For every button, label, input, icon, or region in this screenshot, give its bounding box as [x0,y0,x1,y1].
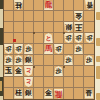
board-cell-5i[interactable]: 金 [44,88,54,99]
board-cell-3i[interactable] [64,88,74,99]
board-cell-8f[interactable]: 歩 [14,55,24,66]
board-cell-9f[interactable]: 歩 [4,55,14,66]
shogi-piece-2c[interactable]: 王 [74,22,83,32]
shogi-piece-9e[interactable]: 歩 [4,44,13,54]
last-move-marker [13,39,16,42]
shogi-piece-1d[interactable]: 歩 [85,33,94,43]
board-cell-9h[interactable] [4,77,14,88]
board-cell-8a[interactable]: 桂 [14,0,24,11]
board-cell-2b[interactable]: 金 [74,11,84,22]
board-cell-1a[interactable]: 香 [84,0,94,11]
board-cell-7f[interactable]: 銀 [24,55,34,66]
shogi-app: 桂龍香金銀王と歩歩歩歩歩歩馬歩歩歩歩銀歩歩玉金と歩と桂銀金龍香 [0,0,100,100]
star-point [33,66,35,68]
board-cell-4a[interactable] [54,0,64,11]
board-cell-1c[interactable] [84,22,94,33]
board-cell-7h[interactable]: と [24,77,34,88]
board-cell-5b[interactable] [44,11,54,22]
board-cell-5g[interactable] [44,66,54,77]
captured-piece-fragment [96,56,100,62]
board-cell-2a[interactable] [74,0,84,11]
board-cell-5a[interactable]: 龍 [44,0,54,11]
shogi-piece-4i[interactable]: 龍 [54,89,63,99]
board-cell-2c[interactable]: 王 [74,22,84,33]
board-cell-4e[interactable]: 歩 [54,44,64,55]
board-cell-2f[interactable] [74,55,84,66]
shogi-piece-7e[interactable]: 歩 [24,44,33,54]
board-cell-9a[interactable] [4,0,14,11]
board-cell-9i[interactable] [4,88,14,99]
board-cell-6i[interactable] [34,88,44,99]
board-cell-7i[interactable]: 銀 [24,88,34,99]
shogi-piece-1i[interactable]: 香 [85,89,94,99]
captured-piece-fragment [96,38,100,46]
board-cell-8b[interactable] [14,11,24,22]
board-cell-1b[interactable] [84,11,94,22]
board-cell-4d[interactable] [54,33,64,44]
shogi-piece-5d[interactable]: と [44,33,53,43]
board-cell-3e[interactable] [64,44,74,55]
board-cell-1f[interactable]: 歩 [84,55,94,66]
shogi-piece-4g[interactable]: 歩 [54,66,63,76]
board-cell-2d[interactable]: 歩 [74,33,84,44]
board-cell-1d[interactable]: 歩 [84,33,94,44]
shogi-piece-5e[interactable]: 馬 [44,44,53,54]
shogi-piece-8e[interactable]: 歩 [14,44,23,54]
shogi-piece-2d[interactable]: 歩 [74,33,83,43]
board-cell-6d[interactable] [34,33,44,44]
board-cell-9g[interactable]: 玉 [4,66,14,77]
board-cell-6e[interactable] [34,44,44,55]
board-cell-8i[interactable]: 桂 [14,88,24,99]
shogi-piece-7h[interactable]: と [24,77,33,87]
right-piece-tray [95,0,100,100]
board-cell-1e[interactable] [84,44,94,55]
shogi-piece-3c[interactable]: 銀 [64,22,73,32]
board-cell-3h[interactable] [64,77,74,88]
shogi-piece-4e[interactable]: 歩 [54,44,63,54]
captured-piece-fragment [0,81,2,91]
captured-piece-fragment [96,93,100,100]
shogi-piece-3d[interactable]: 歩 [64,33,73,43]
shogi-piece-8g[interactable]: 金 [14,66,23,76]
board-cell-2h[interactable] [74,77,84,88]
board-cell-3a[interactable] [64,0,74,11]
board-cell-7d[interactable] [24,33,34,44]
board-cell-1g[interactable] [84,66,94,77]
shogi-piece-7i[interactable]: 銀 [24,89,33,99]
shogi-piece-1f[interactable]: 歩 [85,55,94,65]
shogi-piece-7g[interactable]: と [24,66,33,76]
shogi-piece-1a[interactable]: 香 [85,0,94,10]
board-cell-5c[interactable] [44,22,54,33]
board-cell-8e[interactable]: 歩 [14,44,24,55]
shogi-piece-9g[interactable]: 玉 [4,66,13,76]
shogi-board[interactable]: 桂龍香金銀王と歩歩歩歩歩歩馬歩歩歩歩銀歩歩玉金と歩と桂銀金龍香 [3,0,95,100]
board-cell-1i[interactable]: 香 [84,88,94,99]
shogi-piece-3f[interactable]: 歩 [64,55,73,65]
board-cell-6b[interactable] [34,11,44,22]
shogi-piece-8i[interactable]: 桂 [14,89,23,99]
board-cell-5h[interactable] [44,77,54,88]
board-cell-6h[interactable] [34,77,44,88]
board-cell-8c[interactable] [14,22,24,33]
board-cell-5d[interactable]: と [44,33,54,44]
captured-piece-fragment [96,66,100,79]
board-cell-4h[interactable] [54,77,64,88]
board-cell-3c[interactable]: 銀 [64,22,74,33]
board-cell-3g[interactable] [64,66,74,77]
board-cell-3d[interactable]: 歩 [64,33,74,44]
shogi-piece-8f[interactable]: 歩 [14,55,23,65]
board-cell-6f[interactable] [34,55,44,66]
board-cell-6c[interactable] [34,22,44,33]
board-cell-1h[interactable] [84,77,94,88]
board-cell-2i[interactable] [74,88,84,99]
board-cell-2g[interactable] [74,66,84,77]
board-cell-7e[interactable]: 歩 [24,44,34,55]
board-cell-4i[interactable]: 龍 [54,88,64,99]
board-cell-2e[interactable]: 歩 [74,44,84,55]
board-cell-3b[interactable] [64,11,74,22]
board-cell-4b[interactable] [54,11,64,22]
board-cell-9c[interactable] [4,22,14,33]
board-cell-6a[interactable] [34,0,44,11]
board-cell-5f[interactable] [44,55,54,66]
board-cell-5e[interactable]: 馬 [44,44,54,55]
board-cell-7b[interactable] [24,11,34,22]
shogi-piece-2e[interactable]: 歩 [74,44,83,54]
shogi-piece-5i[interactable]: 金 [44,89,53,99]
board-cell-8g[interactable]: 金 [14,66,24,77]
board-cell-7a[interactable] [24,0,34,11]
board-cell-9e[interactable]: 歩 [4,44,14,55]
board-cell-8h[interactable] [14,77,24,88]
board-cell-3f[interactable]: 歩 [64,55,74,66]
captured-piece-fragment [96,12,100,20]
shogi-piece-5a[interactable]: 龍 [44,0,53,10]
shogi-piece-7f[interactable]: 銀 [24,55,33,65]
shogi-piece-8a[interactable]: 桂 [14,0,23,10]
board-cell-6g[interactable] [34,66,44,77]
shogi-piece-2b[interactable]: 金 [74,11,83,21]
board-cell-4f[interactable] [54,55,64,66]
shogi-piece-9f[interactable]: 歩 [4,55,13,65]
board-cell-9b[interactable] [4,11,14,22]
